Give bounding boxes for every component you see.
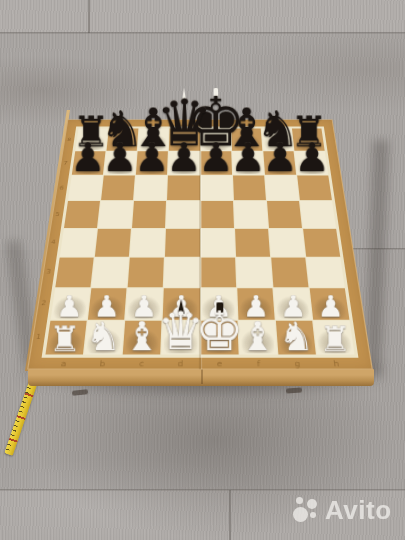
square-c4 <box>130 228 165 256</box>
watermark-text: Avito <box>325 497 392 523</box>
file-label-b: b <box>82 358 122 370</box>
file-label-f: f <box>239 358 279 370</box>
square-a4 <box>60 228 97 256</box>
square-a7: ♟ <box>72 151 106 174</box>
square-g8: ♞ <box>261 129 293 151</box>
square-f4 <box>235 228 270 256</box>
square-b3 <box>92 257 129 287</box>
floor-plank-joint <box>88 0 90 33</box>
square-c1: ♝ <box>123 321 162 355</box>
square-h2: ♟ <box>310 288 350 320</box>
square-e5 <box>200 201 233 227</box>
square-d6 <box>167 176 199 201</box>
square-f6 <box>233 176 266 201</box>
square-c5 <box>132 201 166 227</box>
square-d3 <box>164 257 199 287</box>
square-b6 <box>101 176 135 201</box>
square-b5 <box>98 201 133 227</box>
piece-finial <box>213 88 218 97</box>
square-a1: ♜ <box>45 321 86 355</box>
square-c7: ♟ <box>136 151 168 174</box>
square-d4 <box>165 228 199 256</box>
floor-plank-seam <box>0 32 405 34</box>
square-b7: ♟ <box>104 151 137 174</box>
square-c2: ♟ <box>126 288 164 320</box>
square-b2: ♟ <box>88 288 127 320</box>
square-a8: ♜ <box>75 129 108 151</box>
square-g4 <box>269 228 305 256</box>
square-g1: ♞ <box>276 321 316 355</box>
square-b4 <box>95 228 131 256</box>
square-e2: ♟ <box>201 288 237 320</box>
square-c8: ♝ <box>138 129 169 151</box>
square-e1: ♚ <box>201 321 239 355</box>
square-c3 <box>128 257 164 287</box>
square-h1: ♜ <box>313 321 354 355</box>
square-e6 <box>200 176 232 201</box>
square-h4 <box>303 228 340 256</box>
square-h3 <box>306 257 345 287</box>
file-label-c: c <box>122 358 162 370</box>
logo-dot <box>310 512 316 518</box>
board-shadow <box>365 140 389 375</box>
board-squares: ♜♞♝♛♚♝♞♜♟♟♟♟♟♟♟♟♟♟♟♟♟♟♟♟♜♞♝♛♚♝♞♜ <box>42 127 359 358</box>
file-label-e: e <box>200 358 239 370</box>
square-a2: ♟ <box>51 288 91 320</box>
square-g5 <box>267 201 302 227</box>
square-d5 <box>166 201 199 227</box>
square-f2: ♟ <box>237 288 275 320</box>
square-e4 <box>201 228 235 256</box>
square-f1: ♝ <box>238 321 277 355</box>
square-h5 <box>300 201 336 227</box>
square-a6 <box>68 176 103 201</box>
square-g7: ♟ <box>263 151 296 174</box>
square-g6 <box>265 176 299 201</box>
square-d2: ♟ <box>163 288 199 320</box>
file-label-h: h <box>316 358 356 370</box>
file-label-g: g <box>278 358 318 370</box>
square-b1: ♞ <box>84 321 124 355</box>
logo-dot <box>307 499 317 509</box>
square-d7: ♟ <box>168 151 199 174</box>
avito-watermark: Avito <box>293 496 392 523</box>
square-h7: ♟ <box>294 151 328 174</box>
square-e8: ♚ <box>200 129 230 151</box>
chessboard: 87654321 abcdefgh ♜♞♝♛♚♝♞♜♟♟♟♟♟♟♟♟♟♟♟♟♟♟… <box>27 119 373 369</box>
piece-finial <box>183 87 187 100</box>
chessboard-scene: 87654321 abcdefgh ♜♞♝♛♚♝♞♜♟♟♟♟♟♟♟♟♟♟♟♟♟♟… <box>50 78 350 378</box>
square-e3 <box>201 257 236 287</box>
square-e7: ♟ <box>200 151 231 174</box>
white-queen-d1: ♛ <box>157 299 204 353</box>
square-f7: ♟ <box>232 151 264 174</box>
square-f3 <box>236 257 272 287</box>
square-d8: ♛ <box>169 129 199 151</box>
square-h6 <box>297 176 332 201</box>
square-d1: ♛ <box>162 321 200 355</box>
square-f8: ♝ <box>231 129 262 151</box>
logo-dot <box>296 497 303 504</box>
floor-plank-seam <box>0 489 405 491</box>
square-a3 <box>55 257 94 287</box>
square-a5 <box>64 201 100 227</box>
logo-dot <box>293 507 308 522</box>
square-h8: ♜ <box>292 129 325 151</box>
square-c6 <box>134 176 167 201</box>
floor-plank-joint <box>229 490 231 540</box>
file-label-a: a <box>43 358 83 370</box>
square-g2: ♟ <box>273 288 312 320</box>
square-b8: ♞ <box>107 129 139 151</box>
photo-stage: 87654321 abcdefgh ♜♞♝♛♚♝♞♜♟♟♟♟♟♟♟♟♟♟♟♟♟♟… <box>0 0 405 540</box>
avito-logo-icon <box>293 496 320 523</box>
square-f5 <box>234 201 268 227</box>
square-g3 <box>271 257 308 287</box>
file-label-d: d <box>161 358 200 370</box>
